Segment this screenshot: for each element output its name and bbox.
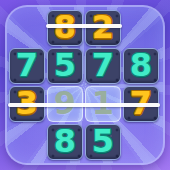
tile-number: 5 [54,49,76,81]
tile-number: 8 [130,49,152,81]
tile-number: 7 [92,49,114,81]
empty-cell [123,10,159,46]
number-tile-r1c2[interactable]: 7 [85,48,121,84]
tile-number: 5 [92,125,114,157]
number-tile-r1c0[interactable]: 7 [9,48,45,84]
tile-number: 7 [16,49,38,81]
tile-grid: 827578391785 [9,10,159,160]
match-strike-line-1 [46,24,122,28]
empty-cell [9,10,45,46]
number-tile-r1c3[interactable]: 8 [123,48,159,84]
match-strike-line-2 [8,103,160,107]
game-screen: 827578391785 [0,0,170,170]
tile-number: 8 [54,125,76,157]
empty-cell [123,124,159,160]
number-tile-r0c2[interactable]: 2 [85,10,121,46]
number-tile-r0c1[interactable]: 8 [47,10,83,46]
number-tile-r3c2[interactable]: 5 [85,124,121,160]
empty-cell [9,124,45,160]
number-tile-r3c1[interactable]: 8 [47,124,83,160]
number-tile-r1c1[interactable]: 5 [47,48,83,84]
